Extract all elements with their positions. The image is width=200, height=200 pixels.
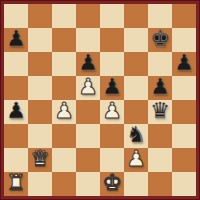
- square-e8[interactable]: [100, 4, 124, 28]
- square-h5[interactable]: [172, 76, 196, 100]
- square-d6[interactable]: ♟: [76, 52, 100, 76]
- square-e5[interactable]: ♟: [100, 76, 124, 100]
- chess-board-frame: ♟♚♟♟♟♟♟♟♟♟♛♞♛♟♜♚: [0, 0, 200, 200]
- piece-white-queen[interactable]: ♛: [30, 147, 50, 171]
- square-b6[interactable]: [28, 52, 52, 76]
- piece-black-pawn[interactable]: ♟: [174, 51, 194, 75]
- square-h7[interactable]: [172, 28, 196, 52]
- square-b2[interactable]: ♛: [28, 148, 52, 172]
- square-d7[interactable]: [76, 28, 100, 52]
- square-h2[interactable]: [172, 148, 196, 172]
- square-f8[interactable]: [124, 4, 148, 28]
- square-d4[interactable]: [76, 100, 100, 124]
- piece-white-pawn[interactable]: ♟: [78, 75, 98, 99]
- piece-white-king[interactable]: ♚: [102, 171, 122, 195]
- piece-black-pawn[interactable]: ♟: [102, 75, 122, 99]
- square-c6[interactable]: [52, 52, 76, 76]
- square-e1[interactable]: ♚: [100, 172, 124, 196]
- square-a2[interactable]: [4, 148, 28, 172]
- square-h8[interactable]: [172, 4, 196, 28]
- piece-black-king[interactable]: ♚: [150, 27, 170, 51]
- square-g2[interactable]: [148, 148, 172, 172]
- square-f2[interactable]: ♟: [124, 148, 148, 172]
- square-a1[interactable]: ♜: [4, 172, 28, 196]
- piece-black-knight[interactable]: ♞: [126, 123, 146, 147]
- chess-board: ♟♚♟♟♟♟♟♟♟♟♛♞♛♟♜♚: [4, 4, 196, 196]
- square-a6[interactable]: [4, 52, 28, 76]
- piece-white-pawn[interactable]: ♟: [102, 99, 122, 123]
- square-c7[interactable]: [52, 28, 76, 52]
- square-e4[interactable]: ♟: [100, 100, 124, 124]
- square-b4[interactable]: [28, 100, 52, 124]
- piece-black-queen[interactable]: ♛: [150, 99, 170, 123]
- square-b7[interactable]: [28, 28, 52, 52]
- square-a7[interactable]: ♟: [4, 28, 28, 52]
- piece-black-pawn[interactable]: ♟: [150, 75, 170, 99]
- square-b5[interactable]: [28, 76, 52, 100]
- square-g3[interactable]: [148, 124, 172, 148]
- square-c8[interactable]: [52, 4, 76, 28]
- piece-white-pawn[interactable]: ♟: [54, 99, 74, 123]
- square-d1[interactable]: [76, 172, 100, 196]
- square-g4[interactable]: ♛: [148, 100, 172, 124]
- square-d3[interactable]: [76, 124, 100, 148]
- square-g8[interactable]: [148, 4, 172, 28]
- piece-black-pawn[interactable]: ♟: [6, 99, 26, 123]
- square-e7[interactable]: [100, 28, 124, 52]
- piece-white-pawn[interactable]: ♟: [126, 147, 146, 171]
- square-c4[interactable]: ♟: [52, 100, 76, 124]
- square-b8[interactable]: [28, 4, 52, 28]
- square-a4[interactable]: ♟: [4, 100, 28, 124]
- square-f3[interactable]: ♞: [124, 124, 148, 148]
- square-f5[interactable]: [124, 76, 148, 100]
- square-a8[interactable]: [4, 4, 28, 28]
- square-d2[interactable]: [76, 148, 100, 172]
- square-c3[interactable]: [52, 124, 76, 148]
- square-f7[interactable]: [124, 28, 148, 52]
- square-a5[interactable]: [4, 76, 28, 100]
- square-c1[interactable]: [52, 172, 76, 196]
- square-c5[interactable]: [52, 76, 76, 100]
- square-g7[interactable]: ♚: [148, 28, 172, 52]
- square-a3[interactable]: [4, 124, 28, 148]
- square-h4[interactable]: [172, 100, 196, 124]
- square-h3[interactable]: [172, 124, 196, 148]
- square-b3[interactable]: [28, 124, 52, 148]
- square-f1[interactable]: [124, 172, 148, 196]
- square-d5[interactable]: ♟: [76, 76, 100, 100]
- square-g1[interactable]: [148, 172, 172, 196]
- square-f6[interactable]: [124, 52, 148, 76]
- square-e2[interactable]: [100, 148, 124, 172]
- piece-black-pawn[interactable]: ♟: [6, 27, 26, 51]
- square-d8[interactable]: [76, 4, 100, 28]
- square-e6[interactable]: [100, 52, 124, 76]
- square-c2[interactable]: [52, 148, 76, 172]
- square-f4[interactable]: [124, 100, 148, 124]
- square-e3[interactable]: [100, 124, 124, 148]
- piece-white-rook[interactable]: ♜: [6, 171, 26, 195]
- square-g5[interactable]: ♟: [148, 76, 172, 100]
- square-b1[interactable]: [28, 172, 52, 196]
- square-g6[interactable]: [148, 52, 172, 76]
- piece-black-pawn[interactable]: ♟: [78, 51, 98, 75]
- square-h6[interactable]: ♟: [172, 52, 196, 76]
- square-h1[interactable]: [172, 172, 196, 196]
